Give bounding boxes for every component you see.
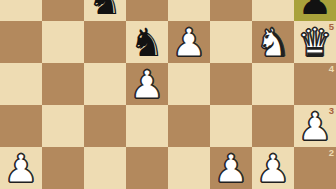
square-b5[interactable] <box>42 21 84 63</box>
square-b3[interactable] <box>42 105 84 147</box>
piece-white-pawn[interactable]: ♟ <box>172 23 207 62</box>
square-e4[interactable] <box>168 63 210 105</box>
piece-white-knight[interactable]: ♞ <box>256 23 291 62</box>
square-g2[interactable]: ♟ <box>252 147 294 189</box>
square-b6[interactable] <box>42 0 84 21</box>
square-a2[interactable]: ♟ <box>0 147 42 189</box>
piece-white-pawn[interactable]: ♟ <box>4 149 39 188</box>
square-b4[interactable] <box>42 63 84 105</box>
square-g5[interactable]: ♞ <box>252 21 294 63</box>
square-e2[interactable] <box>168 147 210 189</box>
square-c5[interactable] <box>84 21 126 63</box>
square-d3[interactable] <box>126 105 168 147</box>
square-d4[interactable]: ♟ <box>126 63 168 105</box>
square-a5[interactable] <box>0 21 42 63</box>
piece-white-queen[interactable]: ♛ <box>298 23 333 62</box>
piece-white-pawn[interactable]: ♟ <box>256 149 291 188</box>
square-g4[interactable] <box>252 63 294 105</box>
piece-white-pawn[interactable]: ♟ <box>214 149 249 188</box>
square-c4[interactable] <box>84 63 126 105</box>
square-h5[interactable]: ♛5 <box>294 21 336 63</box>
square-a4[interactable] <box>0 63 42 105</box>
board-viewport: ♞♟♞♟♞♛5♟4♟3♟♟♟2 <box>0 0 336 189</box>
square-h2[interactable]: 2 <box>294 147 336 189</box>
piece-white-pawn[interactable]: ♟ <box>298 107 333 146</box>
square-f3[interactable] <box>210 105 252 147</box>
rank-label-5: 5 <box>329 22 334 32</box>
piece-black-knight[interactable]: ♞ <box>88 0 123 20</box>
square-a3[interactable] <box>0 105 42 147</box>
square-d2[interactable] <box>126 147 168 189</box>
rank-label-2: 2 <box>329 148 334 158</box>
square-d5[interactable]: ♞ <box>126 21 168 63</box>
square-g3[interactable] <box>252 105 294 147</box>
square-c6[interactable]: ♞ <box>84 0 126 21</box>
square-h3[interactable]: ♟3 <box>294 105 336 147</box>
square-e5[interactable]: ♟ <box>168 21 210 63</box>
square-g6[interactable] <box>252 0 294 21</box>
square-b2[interactable] <box>42 147 84 189</box>
piece-white-pawn[interactable]: ♟ <box>130 65 165 104</box>
square-c3[interactable] <box>84 105 126 147</box>
square-f5[interactable] <box>210 21 252 63</box>
square-f4[interactable] <box>210 63 252 105</box>
rank-label-3: 3 <box>329 106 334 116</box>
square-f6[interactable] <box>210 0 252 21</box>
square-h6[interactable]: ♟ <box>294 0 336 21</box>
piece-black-knight[interactable]: ♞ <box>130 23 165 62</box>
rank-label-4: 4 <box>329 64 334 74</box>
square-e3[interactable] <box>168 105 210 147</box>
square-d6[interactable] <box>126 0 168 21</box>
square-c2[interactable] <box>84 147 126 189</box>
piece-black-pawn[interactable]: ♟ <box>298 0 333 20</box>
chess-board: ♞♟♞♟♞♛5♟4♟3♟♟♟2 <box>0 0 336 189</box>
square-e6[interactable] <box>168 0 210 21</box>
square-h4[interactable]: 4 <box>294 63 336 105</box>
square-a6[interactable] <box>0 0 42 21</box>
square-f2[interactable]: ♟ <box>210 147 252 189</box>
